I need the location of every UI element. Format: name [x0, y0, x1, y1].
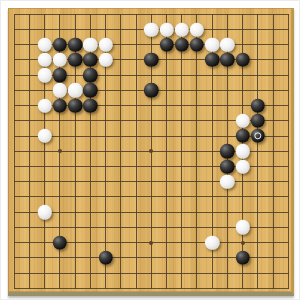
black-stone: [175, 38, 189, 52]
white-stone: [38, 129, 52, 143]
black-stone: [83, 53, 97, 67]
white-stone: [235, 159, 249, 173]
black-stone: [144, 53, 158, 67]
white-stone: [68, 83, 82, 97]
white-stone: [159, 22, 173, 36]
grid-line-horizontal: [14, 14, 289, 15]
black-stone: [144, 83, 158, 97]
grid-line-vertical: [14, 14, 15, 289]
white-stone: [220, 38, 234, 52]
white-stone: [83, 38, 97, 52]
black-stone: [235, 251, 249, 265]
grid-line-vertical: [120, 14, 121, 289]
grid-line-horizontal: [14, 212, 289, 213]
white-stone: [38, 98, 52, 112]
grid-line-vertical: [288, 14, 289, 289]
hoshi-point: [241, 241, 245, 245]
black-stone: [235, 129, 249, 143]
last-move-marker: [254, 133, 261, 140]
white-stone: [235, 114, 249, 128]
black-stone: [251, 114, 265, 128]
black-stone: [53, 38, 67, 52]
black-stone: [159, 38, 173, 52]
white-stone: [190, 22, 204, 36]
black-stone: [205, 53, 219, 67]
grid-line-vertical: [181, 14, 182, 289]
black-stone: [220, 159, 234, 173]
grid-line-vertical: [136, 14, 137, 289]
hoshi-point: [149, 149, 153, 153]
white-stone: [235, 144, 249, 158]
hoshi-point: [149, 241, 153, 245]
black-stone: [251, 129, 265, 143]
go-app-page: [0, 0, 300, 300]
black-stone: [83, 68, 97, 82]
grid-line-horizontal: [14, 181, 289, 182]
white-stone: [235, 220, 249, 234]
black-stone: [53, 98, 67, 112]
white-stone: [144, 22, 158, 36]
grid-line-vertical: [196, 14, 197, 289]
white-stone: [38, 68, 52, 82]
grid-line-horizontal: [14, 273, 289, 274]
black-stone: [98, 251, 112, 265]
black-stone: [220, 53, 234, 67]
white-stone: [38, 38, 52, 52]
white-stone: [38, 53, 52, 67]
grid-line-vertical: [29, 14, 30, 289]
black-stone: [68, 38, 82, 52]
black-stone: [235, 53, 249, 67]
black-stone: [68, 53, 82, 67]
white-stone: [98, 38, 112, 52]
white-stone: [220, 175, 234, 189]
white-stone: [205, 235, 219, 249]
white-stone: [53, 83, 67, 97]
black-stone: [83, 83, 97, 97]
grid-line-horizontal: [14, 196, 289, 197]
white-stone: [205, 38, 219, 52]
white-stone: [175, 22, 189, 36]
grid-line-vertical: [273, 14, 274, 289]
white-stone: [98, 53, 112, 67]
white-stone: [38, 205, 52, 219]
white-stone: [53, 53, 67, 67]
black-stone: [251, 98, 265, 112]
black-stone: [53, 235, 67, 249]
black-stone: [190, 38, 204, 52]
grid-line-vertical: [257, 14, 258, 289]
grid-line-horizontal: [14, 288, 289, 289]
black-stone: [83, 98, 97, 112]
black-stone: [220, 144, 234, 158]
go-board[interactable]: [8, 8, 294, 296]
black-stone: [53, 68, 67, 82]
black-stone: [68, 98, 82, 112]
grid-line-vertical: [166, 14, 167, 289]
hoshi-point: [58, 149, 62, 153]
